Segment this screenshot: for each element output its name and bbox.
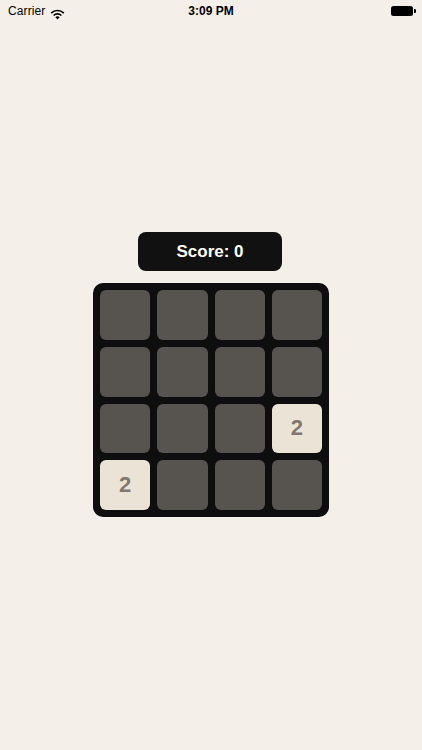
- carrier-label: Carrier: [8, 4, 45, 18]
- board-cell-empty: [100, 347, 150, 397]
- score-badge: Score: 0: [138, 232, 282, 271]
- board-cell-empty: [272, 460, 322, 510]
- board-cell-empty: [157, 460, 207, 510]
- tile-2: 2: [272, 404, 322, 454]
- board-cell-empty: [100, 404, 150, 454]
- board-cell-empty: [215, 404, 265, 454]
- board-cell-empty: [157, 404, 207, 454]
- board-cell-empty: [157, 347, 207, 397]
- game-board[interactable]: 22: [93, 283, 329, 517]
- board-cell-empty: [215, 460, 265, 510]
- status-bar-left: Carrier: [8, 4, 128, 18]
- board-cell-empty: [215, 347, 265, 397]
- tile-2: 2: [100, 460, 150, 510]
- board-cell-empty: [272, 290, 322, 340]
- battery-icon: [391, 6, 416, 16]
- board-cell-empty: [215, 290, 265, 340]
- status-bar: Carrier 3:09 PM: [0, 0, 422, 22]
- status-bar-right: [296, 6, 416, 16]
- board-cell-empty: [157, 290, 207, 340]
- board-cell-empty: [100, 290, 150, 340]
- wifi-icon: [50, 6, 65, 17]
- score-label: Score: 0: [176, 242, 243, 262]
- board-cell-empty: [272, 347, 322, 397]
